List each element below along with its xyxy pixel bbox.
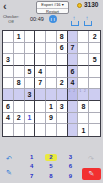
cell-r4c7[interactable]: 6	[68, 66, 79, 78]
cell-r2c5[interactable]	[46, 43, 57, 55]
given-digit: 3	[60, 103, 64, 110]
cell-r5c2[interactable]: 8	[14, 78, 25, 90]
cell-r8c7[interactable]	[68, 113, 79, 125]
cell-r8c9[interactable]	[89, 113, 100, 125]
cell-r8c5[interactable]: 9	[46, 113, 57, 125]
cell-r1c6[interactable]: 8	[57, 31, 68, 43]
cell-r9c1[interactable]	[3, 124, 14, 136]
numpad-5[interactable]: 5	[41, 162, 60, 171]
cell-r4c6[interactable]	[57, 66, 68, 78]
share-icon[interactable]: ↑	[83, 17, 92, 26]
cell-r5c4[interactable]: 7	[35, 78, 46, 90]
puzzle-selector-button[interactable]: Expert #16 ▾ Restart	[36, 1, 69, 14]
cell-r3c8[interactable]	[78, 54, 89, 66]
given-digit: 3	[6, 56, 10, 63]
numpad-digit: 8	[45, 173, 56, 180]
score-value: 3130	[84, 1, 98, 8]
cell-r6c3[interactable]: 3	[25, 89, 36, 101]
numpad-9[interactable]: 9	[61, 172, 80, 181]
cell-r2c9[interactable]	[89, 43, 100, 55]
cell-r4c1[interactable]	[3, 66, 14, 78]
given-digit: 8	[60, 33, 64, 40]
numpad-digit: 3	[65, 154, 76, 161]
cell-r4c9[interactable]	[89, 66, 100, 78]
cell-r7c5[interactable]: 1	[46, 101, 57, 113]
cell-r5c5[interactable]	[46, 78, 57, 90]
cell-r6c1[interactable]	[3, 89, 14, 101]
given-digit: 6	[60, 44, 64, 51]
cell-r3c7[interactable]	[68, 54, 79, 66]
numpad-4[interactable]: 4	[22, 162, 41, 171]
given-digit: 7	[71, 44, 75, 51]
cell-r7c9[interactable]	[89, 101, 100, 113]
numpad-digit: 4	[26, 163, 37, 170]
pen-icon: ✎	[89, 170, 95, 178]
cell-r8c6[interactable]	[57, 113, 68, 125]
cell-r3c1[interactable]: 3	[3, 54, 14, 66]
cell-r3c9[interactable]: 5	[89, 54, 100, 66]
numpad-digit: 7	[26, 173, 37, 180]
cell-r6c5[interactable]	[46, 89, 57, 101]
cell-r5c6[interactable]: 2	[57, 78, 68, 90]
numpad-7[interactable]: 7	[22, 172, 41, 181]
cell-r2c8[interactable]	[78, 43, 89, 55]
pencil-marks: 12	[79, 89, 87, 93]
numpad-selected-digit: 2	[45, 154, 56, 161]
pen-mode-button[interactable]: ✎	[82, 168, 101, 180]
pencil-marks: 12	[69, 89, 77, 93]
numpad-digit: 6	[65, 163, 76, 170]
cell-r9c4[interactable]	[35, 124, 46, 136]
cell-r2c1[interactable]	[3, 43, 14, 55]
given-digit: 4	[71, 79, 75, 86]
numpad-3[interactable]: 3	[61, 153, 80, 162]
cell-r1c1[interactable]	[3, 31, 14, 43]
cell-r7c8[interactable]: 8	[78, 101, 89, 113]
cell-r2c7[interactable]: 7	[68, 43, 79, 55]
cell-r9c3[interactable]	[25, 124, 36, 136]
checker-value: Off	[1, 19, 21, 24]
cell-r3c2[interactable]	[14, 54, 25, 66]
cell-r1c5[interactable]	[46, 31, 57, 43]
numpad-8[interactable]: 8	[41, 172, 60, 181]
coin-icon	[77, 3, 82, 8]
cell-r3c6[interactable]	[57, 54, 68, 66]
given-digit: 5	[27, 68, 31, 75]
cell-r6c8[interactable]: 12	[78, 89, 89, 101]
cell-r1c3[interactable]	[25, 31, 36, 43]
cell-r6c2[interactable]	[14, 89, 25, 101]
cell-r6c6[interactable]	[57, 89, 68, 101]
cell-r8c1[interactable]: 4	[3, 113, 14, 125]
cell-r4c5[interactable]	[46, 66, 57, 78]
cell-r2c4[interactable]	[35, 43, 46, 55]
cell-r5c9[interactable]	[89, 78, 100, 90]
export-icon[interactable]: ↑	[70, 17, 79, 26]
cell-r8c4[interactable]	[35, 113, 46, 125]
numpad-2[interactable]: 2	[41, 153, 60, 162]
cell-r6c4[interactable]	[35, 89, 46, 101]
cell-r9c8[interactable]: 1	[78, 124, 89, 136]
cell-r7c2[interactable]	[14, 101, 25, 113]
cell-r3c4[interactable]	[35, 54, 46, 66]
cell-r9c2[interactable]	[14, 124, 25, 136]
numpad-digit: 9	[65, 173, 76, 180]
undo-button[interactable]: ↶	[6, 155, 12, 163]
redo-button[interactable]: ↷	[88, 155, 94, 163]
cell-r5c3[interactable]	[25, 78, 36, 90]
cell-r7c6[interactable]: 3	[57, 101, 68, 113]
numpad-digit: 5	[45, 163, 56, 170]
number-pad: 123456789	[22, 153, 80, 181]
checker-toggle[interactable]: Checker: Off	[1, 14, 21, 24]
cell-r7c3[interactable]	[25, 101, 36, 113]
cell-r9c7[interactable]	[68, 124, 79, 136]
given-digit: 2	[17, 114, 21, 121]
given-digit: 2	[93, 33, 97, 40]
cell-r3c3[interactable]	[25, 54, 36, 66]
back-button[interactable]: ‹	[3, 0, 7, 12]
cell-r1c8[interactable]	[78, 31, 89, 43]
pause-button[interactable]: ❙❙	[49, 15, 57, 23]
given-digit: 1	[49, 103, 53, 110]
sudoku-app: ‹ Expert #16 ▾ Restart 3130 Checker: Off…	[0, 0, 103, 183]
cell-r2c2[interactable]	[14, 43, 25, 55]
cell-r1c7[interactable]	[68, 31, 79, 43]
numpad-6[interactable]: 6	[61, 162, 80, 171]
numpad-1[interactable]: 1	[22, 153, 41, 162]
cell-r8c2[interactable]: 2	[14, 113, 25, 125]
given-digit: 1	[81, 127, 85, 134]
cell-r4c8[interactable]	[78, 66, 89, 78]
given-digit: 6	[6, 103, 10, 110]
user-digit: 1	[27, 114, 31, 121]
cell-r9c6[interactable]	[57, 124, 68, 136]
given-digit: 9	[49, 114, 53, 121]
given-digit: 6	[71, 68, 75, 75]
numpad-digit: 1	[26, 154, 37, 161]
cell-r7c7[interactable]	[68, 101, 79, 113]
timer-value: 00:49	[30, 16, 44, 22]
given-digit: 3	[27, 91, 31, 98]
puzzle-label: Expert #16 ▾	[37, 2, 68, 9]
cell-r2c3[interactable]	[25, 43, 36, 55]
given-digit: 1	[17, 33, 21, 40]
cell-r5c1[interactable]	[3, 78, 14, 90]
cell-r7c4[interactable]	[35, 101, 46, 113]
cell-r1c4[interactable]	[35, 31, 46, 43]
given-digit: 5	[93, 56, 97, 63]
cell-r9c5[interactable]	[46, 124, 57, 136]
cell-r8c8[interactable]	[78, 113, 89, 125]
given-digit: 8	[81, 103, 85, 110]
cell-r1c9[interactable]: 2	[89, 31, 100, 43]
cell-r4c3[interactable]: 5	[25, 66, 36, 78]
cell-r5c8[interactable]	[78, 78, 89, 90]
cell-r2c6[interactable]: 6	[57, 43, 68, 55]
cell-r1c2[interactable]: 1	[14, 31, 25, 43]
cell-r6c7[interactable]: 12	[68, 89, 79, 101]
pencil-mode-button[interactable]: ✎	[6, 169, 12, 177]
given-digit: 2	[60, 79, 64, 86]
cell-r6c9[interactable]	[89, 89, 100, 101]
cell-r5c7[interactable]: 4	[68, 78, 79, 90]
cell-r7c1[interactable]: 6	[3, 101, 14, 113]
cell-r3c5[interactable]	[46, 54, 57, 66]
restart-button[interactable]: Restart	[37, 9, 68, 14]
cell-r4c2[interactable]	[14, 66, 25, 78]
cell-r4c4[interactable]: 4	[35, 66, 46, 78]
given-digit: 7	[38, 79, 42, 86]
given-digit: 4	[38, 68, 42, 75]
cell-r9c9[interactable]	[89, 124, 100, 136]
sudoku-board: 1826735546872431212613842191	[2, 30, 101, 137]
given-digit: 8	[17, 79, 21, 86]
given-digit: 4	[6, 114, 10, 121]
chevron-down-icon: ▾	[62, 2, 64, 7]
cell-r8c3[interactable]: 1	[25, 113, 36, 125]
